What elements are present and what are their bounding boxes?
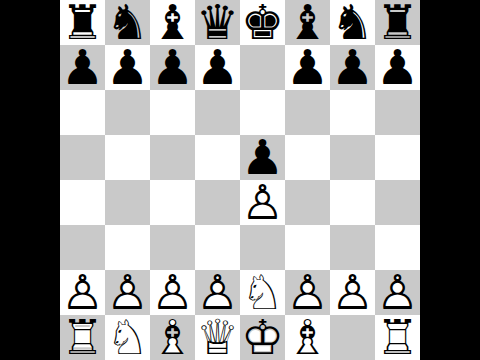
square-g1	[330, 315, 375, 360]
square-g6	[330, 90, 375, 135]
black-pawn: ♟	[60, 45, 105, 90]
square-f6	[285, 90, 330, 135]
square-a7: ♟	[60, 45, 105, 90]
square-a5	[60, 135, 105, 180]
white-rook: ♜♖	[60, 315, 105, 360]
square-h4	[375, 180, 420, 225]
square-b7: ♟	[105, 45, 150, 90]
black-pawn: ♟	[330, 45, 375, 90]
square-e7	[240, 45, 285, 90]
square-h1: ♜♖	[375, 315, 420, 360]
square-e8: ♚	[240, 0, 285, 45]
letterbox-left	[0, 0, 60, 360]
square-c4	[150, 180, 195, 225]
square-b1: ♞♘	[105, 315, 150, 360]
square-e1: ♚♔	[240, 315, 285, 360]
square-h5	[375, 135, 420, 180]
black-king: ♚	[240, 0, 285, 45]
square-a4	[60, 180, 105, 225]
white-knight: ♞♘	[105, 315, 150, 360]
square-g7: ♟	[330, 45, 375, 90]
square-d5	[195, 135, 240, 180]
black-pawn: ♟	[375, 45, 420, 90]
square-g5	[330, 135, 375, 180]
white-pawn: ♟♙	[330, 270, 375, 315]
square-f4	[285, 180, 330, 225]
white-king: ♚♔	[240, 315, 285, 360]
chess-board: ♜♞♝♛♚♝♞♜♟♟♟♟♟♟♟♟♟♙♟♙♟♙♟♙♟♙♞♘♟♙♟♙♟♙♜♖♞♘♝♗…	[60, 0, 420, 360]
square-f1: ♝♗	[285, 315, 330, 360]
square-c6	[150, 90, 195, 135]
square-c1: ♝♗	[150, 315, 195, 360]
square-g4	[330, 180, 375, 225]
square-d4	[195, 180, 240, 225]
white-pawn: ♟♙	[240, 180, 285, 225]
square-c5	[150, 135, 195, 180]
square-f5	[285, 135, 330, 180]
square-h7: ♟	[375, 45, 420, 90]
white-bishop: ♝♗	[285, 315, 330, 360]
square-a1: ♜♖	[60, 315, 105, 360]
square-g2: ♟♙	[330, 270, 375, 315]
square-d1: ♛♕	[195, 315, 240, 360]
square-h6	[375, 90, 420, 135]
square-e4: ♟♙	[240, 180, 285, 225]
black-pawn: ♟	[195, 45, 240, 90]
square-b6	[105, 90, 150, 135]
letterbox-right	[420, 0, 480, 360]
black-pawn: ♟	[105, 45, 150, 90]
white-rook: ♜♖	[375, 315, 420, 360]
square-f7: ♟	[285, 45, 330, 90]
square-d7: ♟	[195, 45, 240, 90]
white-queen: ♛♕	[195, 315, 240, 360]
square-c7: ♟	[150, 45, 195, 90]
black-pawn: ♟	[285, 45, 330, 90]
square-b5	[105, 135, 150, 180]
white-bishop: ♝♗	[150, 315, 195, 360]
square-b4	[105, 180, 150, 225]
square-d6	[195, 90, 240, 135]
black-pawn: ♟	[150, 45, 195, 90]
square-a6	[60, 90, 105, 135]
video-frame: ♜♞♝♛♚♝♞♜♟♟♟♟♟♟♟♟♟♙♟♙♟♙♟♙♟♙♞♘♟♙♟♙♟♙♜♖♞♘♝♗…	[0, 0, 480, 360]
